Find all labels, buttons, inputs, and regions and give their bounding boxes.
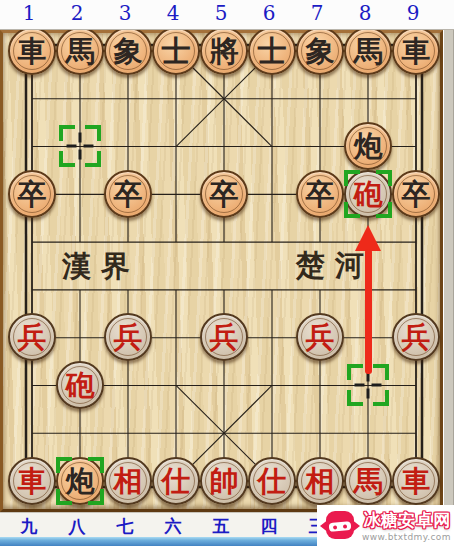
piece-black-炮-8-3[interactable]: 炮 [344,122,392,170]
piece-black-象-7-1[interactable]: 象 [296,27,344,75]
board-cell-5-1[interactable]: 將 [200,27,248,75]
piece-red-砲-2-8[interactable]: 砲 [56,361,104,409]
board-cell-4-5[interactable] [152,218,200,266]
board-cell-9-6[interactable] [392,266,440,314]
board-cell-9-2[interactable] [392,75,440,123]
piece-black-卒-3-4[interactable]: 卒 [104,170,152,218]
board-cell-6-10[interactable]: 仕 [248,457,296,505]
board-cell-4-2[interactable] [152,75,200,123]
board-cell-2-5[interactable] [56,218,104,266]
piece-red-兵-1-7[interactable]: 兵 [8,313,56,361]
board-cell-9-5[interactable] [392,218,440,266]
watermark-site-name: 冰糖安卓网 [363,509,451,532]
board-cell-8-7[interactable] [344,314,392,362]
board-cell-7-4[interactable]: 卒 [296,170,344,218]
piece-red-兵-9-7[interactable]: 兵 [392,313,440,361]
file-numeral-6: 四 [261,515,278,538]
board-cell-8-10[interactable]: 馬 [344,457,392,505]
file-number-1: 1 [23,1,36,25]
board-cell-2-6[interactable] [56,266,104,314]
file-number-7: 7 [311,1,324,25]
board-cell-5-5[interactable] [200,218,248,266]
board-cell-6-7[interactable] [248,314,296,362]
board-cell-6-3[interactable] [248,123,296,171]
board-cell-8-9[interactable] [344,409,392,457]
piece-black-馬-8-1[interactable]: 馬 [344,27,392,75]
board-cell-7-10[interactable]: 相 [296,457,344,505]
board-cell-7-3[interactable] [296,123,344,171]
board-cell-1-2[interactable] [8,75,56,123]
piece-red-兵-5-7[interactable]: 兵 [200,313,248,361]
board-cell-5-4[interactable]: 卒 [200,170,248,218]
piece-black-卒-1-4[interactable]: 卒 [8,170,56,218]
board-cell-6-9[interactable] [248,409,296,457]
board-cell-8-1[interactable]: 馬 [344,27,392,75]
board-cell-3-7[interactable]: 兵 [104,314,152,362]
piece-red-仕-6-10[interactable]: 仕 [248,457,296,505]
piece-red-仕-4-10[interactable]: 仕 [152,457,200,505]
board-cells: 車馬象士將士象馬車炮卒卒卒卒砲卒兵兵兵兵兵砲車炮相仕帥仕相馬車 [8,27,440,505]
file-numeral-5: 五 [213,515,230,538]
board-cell-6-5[interactable] [248,218,296,266]
board-cell-2-1[interactable]: 馬 [56,27,104,75]
board-cell-9-3[interactable] [392,123,440,171]
board-cell-1-5[interactable] [8,218,56,266]
board-cell-9-4[interactable]: 卒 [392,170,440,218]
board-cell-5-9[interactable] [200,409,248,457]
piece-red-車-1-10[interactable]: 車 [8,457,56,505]
selection-bracket-2-10 [56,457,104,505]
piece-red-帥-5-10[interactable]: 帥 [200,457,248,505]
piece-black-卒-5-4[interactable]: 卒 [200,170,248,218]
board-cell-8-8[interactable] [344,361,392,409]
piece-black-卒-7-4[interactable]: 卒 [296,170,344,218]
board-cell-9-10[interactable]: 車 [392,457,440,505]
board-cell-7-2[interactable] [296,75,344,123]
board-cell-5-3[interactable] [200,123,248,171]
file-numeral-2: 八 [69,515,86,538]
board-cell-8-2[interactable] [344,75,392,123]
board-cell-7-9[interactable] [296,409,344,457]
board-cell-2-10[interactable]: 炮 [56,457,104,505]
board-cell-2-2[interactable] [56,75,104,123]
board-cell-1-4[interactable]: 卒 [8,170,56,218]
board-cell-7-1[interactable]: 象 [296,27,344,75]
board-cell-5-2[interactable] [200,75,248,123]
window-right-edge [443,30,454,512]
board-cell-9-7[interactable]: 兵 [392,314,440,362]
piece-black-車-1-1[interactable]: 車 [8,27,56,75]
board-cell-3-8[interactable] [104,361,152,409]
crosshair-marker-8-8 [355,372,382,399]
board-cell-1-6[interactable] [8,266,56,314]
board-cell-6-1[interactable]: 士 [248,27,296,75]
board-cell-3-4[interactable]: 卒 [104,170,152,218]
board-cell-1-3[interactable] [8,123,56,171]
file-number-8: 8 [359,1,372,25]
board-cell-1-8[interactable] [8,361,56,409]
board-cell-2-9[interactable] [56,409,104,457]
piece-red-車-9-10[interactable]: 車 [392,457,440,505]
board-cell-6-2[interactable] [248,75,296,123]
board-cell-9-9[interactable] [392,409,440,457]
board-cell-6-6[interactable] [248,266,296,314]
board-cell-1-10[interactable]: 車 [8,457,56,505]
board-cell-7-5[interactable] [296,218,344,266]
board-cell-5-10[interactable]: 帥 [200,457,248,505]
file-number-2: 2 [71,1,84,25]
board-cell-2-4[interactable] [56,170,104,218]
board-cell-3-1[interactable]: 象 [104,27,152,75]
board-cell-9-1[interactable]: 車 [392,27,440,75]
file-number-5: 5 [215,1,228,25]
board-cell-3-9[interactable] [104,409,152,457]
piece-black-將-5-1[interactable]: 將 [200,27,248,75]
file-numeral-4: 六 [165,515,182,538]
xiangqi-board: 漢界 楚河 車馬象士將士象馬車炮卒卒卒卒砲卒兵兵兵兵兵砲車炮相仕帥仕相馬車 [0,30,443,512]
board-cell-8-3[interactable]: 炮 [344,123,392,171]
board-cell-1-9[interactable] [8,409,56,457]
file-number-4: 4 [167,1,180,25]
board-cell-4-8[interactable] [152,361,200,409]
file-number-9: 9 [407,1,420,25]
board-cell-1-7[interactable]: 兵 [8,314,56,362]
file-number-6: 6 [263,1,276,25]
board-cell-8-6[interactable] [344,266,392,314]
board-cell-3-10[interactable]: 相 [104,457,152,505]
crosshair-marker-2-3 [67,133,94,160]
board-cell-2-8[interactable]: 砲 [56,361,104,409]
piece-black-士-4-1[interactable]: 士 [152,27,200,75]
piece-red-兵-7-7[interactable]: 兵 [296,313,344,361]
board-cell-7-7[interactable]: 兵 [296,314,344,362]
board-cell-7-6[interactable] [296,266,344,314]
board-cell-2-3[interactable] [56,123,104,171]
piece-black-馬-2-1[interactable]: 馬 [56,27,104,75]
selection-bracket-8-4 [344,170,392,218]
file-numeral-3: 七 [117,515,134,538]
watermark-site-url: www.btxtdmy.com [362,532,451,542]
piece-red-馬-8-10[interactable]: 馬 [344,457,392,505]
board-cell-3-6[interactable] [104,266,152,314]
board-cell-3-2[interactable] [104,75,152,123]
piece-red-兵-3-7[interactable]: 兵 [104,313,152,361]
board-cell-2-7[interactable] [56,314,104,362]
piece-black-士-6-1[interactable]: 士 [248,27,296,75]
piece-red-相-3-10[interactable]: 相 [104,457,152,505]
board-cell-8-4[interactable]: 砲 [344,170,392,218]
piece-black-象-3-1[interactable]: 象 [104,27,152,75]
watermark: 冰糖安卓网 www.btxtdmy.com [317,505,454,546]
board-cell-7-8[interactable] [296,361,344,409]
xiangqi-app-window: 123456789 漢界 楚河 車馬象士將士象馬車炮卒卒卒卒砲卒兵兵兵兵兵砲車炮… [0,0,454,546]
board-cell-4-7[interactable] [152,314,200,362]
board-cell-6-4[interactable] [248,170,296,218]
board-cell-4-4[interactable] [152,170,200,218]
piece-red-相-7-10[interactable]: 相 [296,457,344,505]
board-cell-4-1[interactable]: 士 [152,27,200,75]
piece-black-卒-9-4[interactable]: 卒 [392,170,440,218]
board-cell-5-7[interactable]: 兵 [200,314,248,362]
board-cell-8-5[interactable] [344,218,392,266]
top-coordinate-strip: 123456789 [0,0,454,30]
board-cell-5-8[interactable] [200,361,248,409]
board-cell-3-5[interactable] [104,218,152,266]
board-cell-4-3[interactable] [152,123,200,171]
file-numeral-1: 九 [21,515,38,538]
board-cell-3-3[interactable] [104,123,152,171]
board-cell-4-10[interactable]: 仕 [152,457,200,505]
board-cell-4-6[interactable] [152,266,200,314]
board-cell-9-8[interactable] [392,361,440,409]
board-cell-4-9[interactable] [152,409,200,457]
board-cell-1-1[interactable]: 車 [8,27,56,75]
board-cell-5-6[interactable] [200,266,248,314]
file-number-3: 3 [119,1,132,25]
piece-black-車-9-1[interactable]: 車 [392,27,440,75]
candy-logo-icon [320,509,360,543]
board-cell-6-8[interactable] [248,361,296,409]
